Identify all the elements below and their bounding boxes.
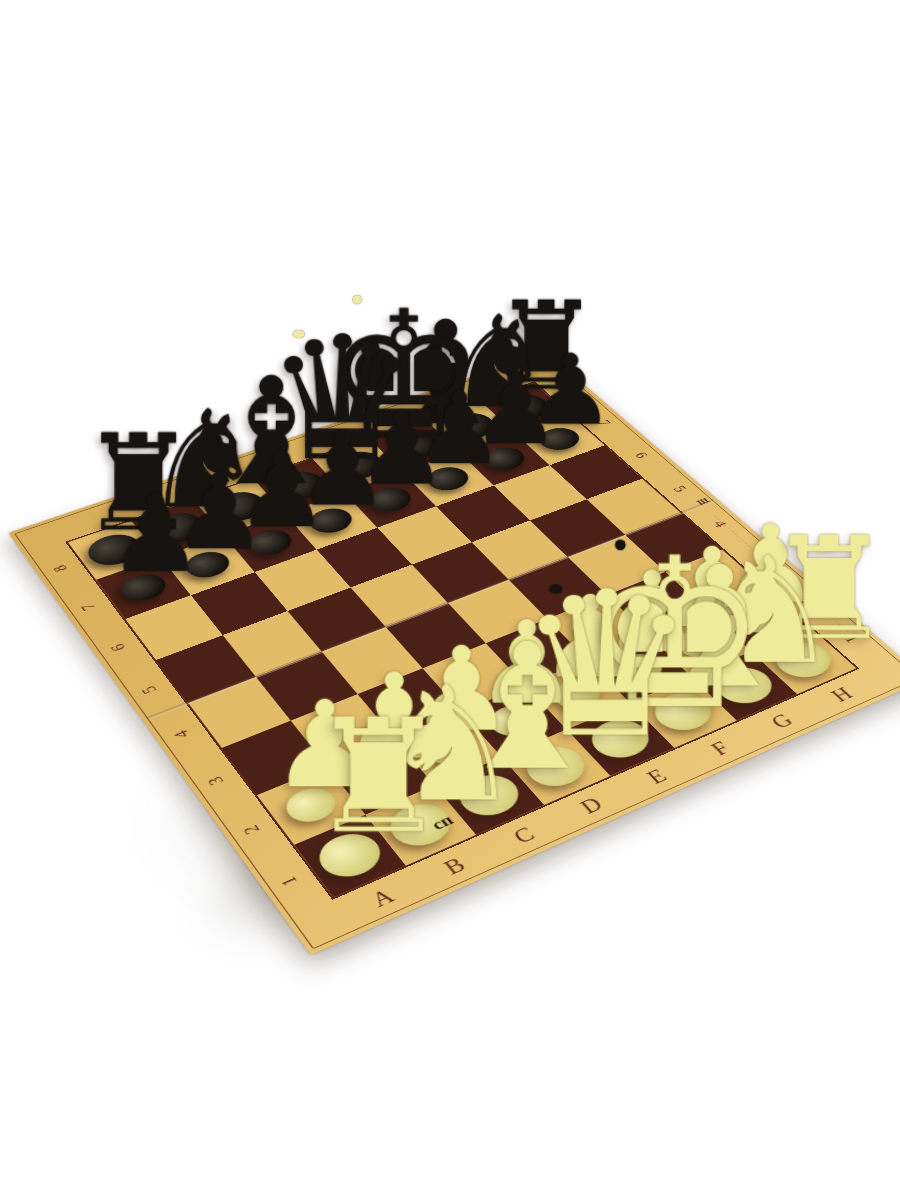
pawn-glyph: ♟ [108, 481, 204, 588]
perspective-scene: 87654321 87654321 ABCDEFGH ♜♞♝♛♚♝♞♜♟♟♟♟♟… [150, 305, 746, 901]
finial-dot [293, 330, 304, 338]
photo-stage: 87654321 87654321 ABCDEFGH ♜♞♝♛♚♝♞♜♟♟♟♟♟… [0, 0, 900, 1200]
finial-dot [549, 584, 562, 594]
piece-black-pawn[interactable]: ♟ [108, 481, 179, 588]
board-grid: ♜♞♝♛♚♝♞♜♟♟♟♟♟♟♟♟♟♟♟♟♟♟♟♟♜♞♝♛♚♝♞♜ [68, 383, 856, 897]
rook-glyph: ♜ [309, 699, 449, 855]
coord-label: 8 [20, 546, 102, 591]
piece-white-rook[interactable]: ♜ [309, 699, 391, 855]
